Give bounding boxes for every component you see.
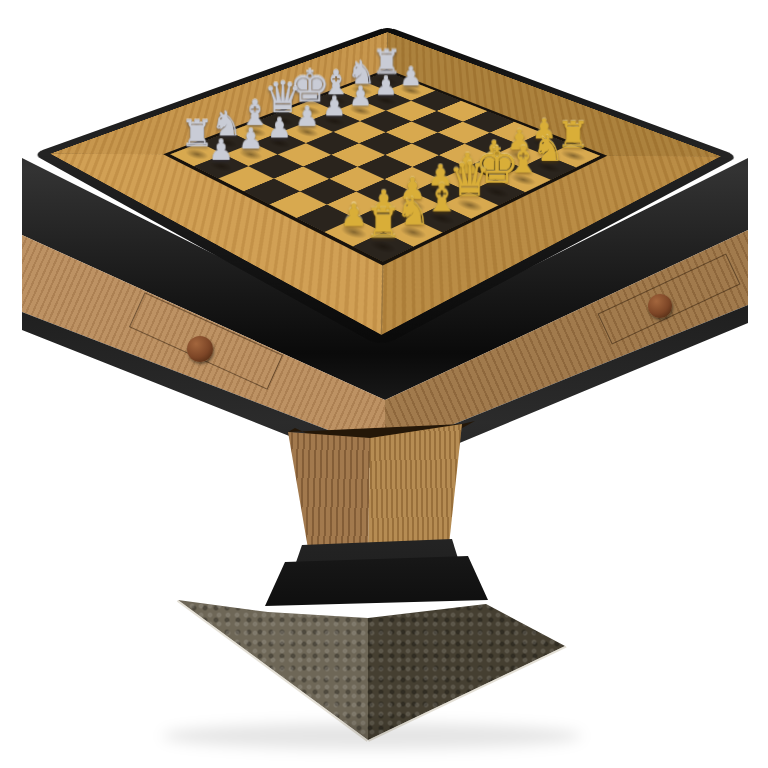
product-photo: ♜♟♟♜♞♟♟♞♝♟♟♝♚♟♟♚♛♟♟♛♝♟♟♝♞♟♟♞♜♟♟♜: [0, 0, 768, 768]
wood-frame: ♜♟♟♜♞♟♟♞♝♟♟♝♚♟♟♚♛♟♟♛♝♟♟♝♞♟♟♞♜♟♟♜: [50, 32, 720, 335]
piece-black-pawn-a7[interactable]: ♟: [179, 138, 264, 166]
piece-white-rook-a1[interactable]: ♜: [336, 205, 430, 246]
tabletop: ♜♟♟♜♞♟♟♞♝♟♟♝♚♟♟♚♛♟♟♛♝♟♟♝♞♟♟♞♜♟♟♜: [32, 27, 739, 348]
tabletop-scene: ♜♟♟♜♞♟♟♞♝♟♟♝♚♟♟♚♛♟♟♛♝♟♟♝♞♟♟♞♜♟♟♜: [0, 0, 768, 768]
